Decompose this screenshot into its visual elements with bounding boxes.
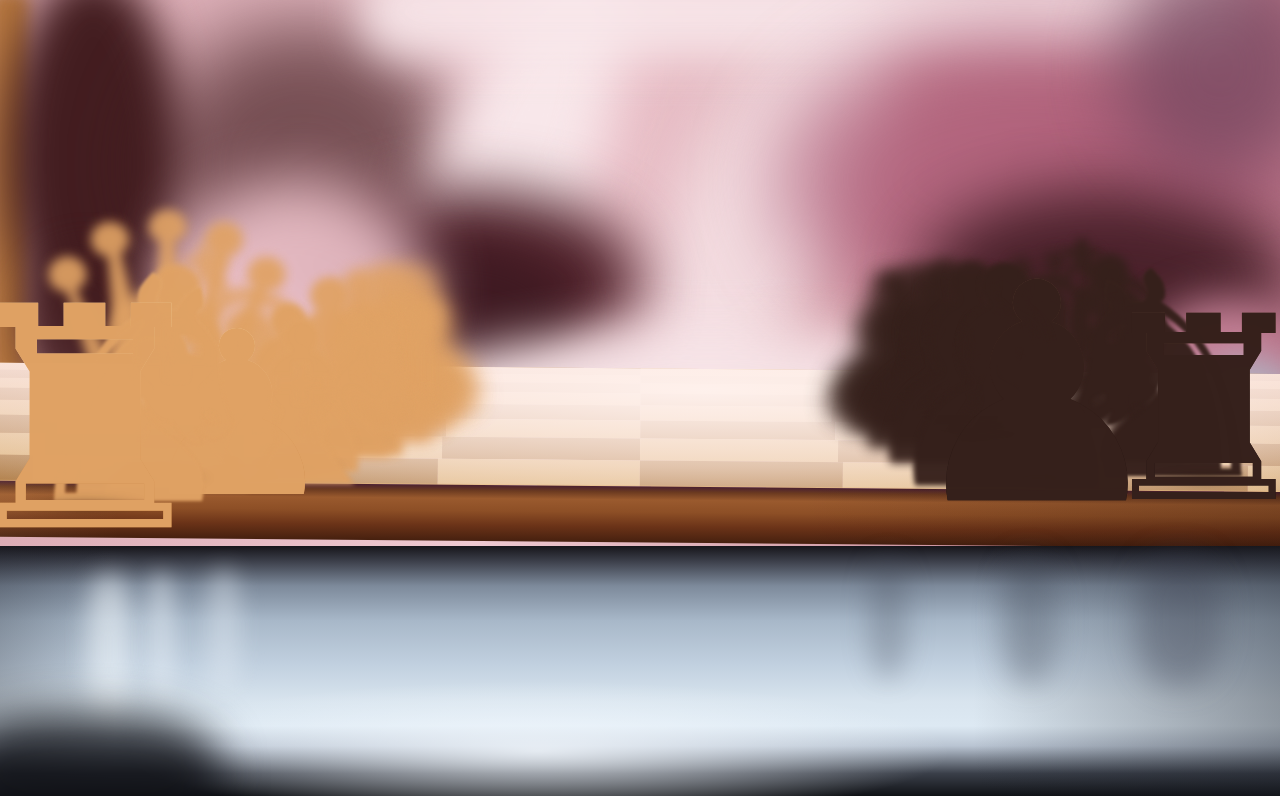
- black-rook-piece: ♜: [1077, 283, 1280, 538]
- white-rook-piece: ♜: [0, 268, 239, 576]
- pieces-layer: ♜♞♝♛♚♝♞♜♟♟♟♟♟♟♟♟♜♞♝♚♛♝♞♜♟♟♟♟♟♟♟♟: [0, 0, 1280, 796]
- photo-scene: ♜♞♝♛♚♝♞♜♟♟♟♟♟♟♟♟♜♞♝♚♛♝♞♜♟♟♟♟♟♟♟♟: [0, 0, 1280, 796]
